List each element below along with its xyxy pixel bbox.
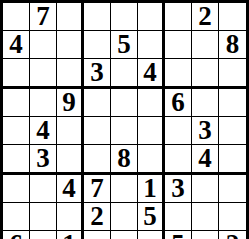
sudoku-cell-empty[interactable] [3, 175, 30, 203]
sudoku-cell-empty[interactable] [3, 145, 30, 175]
sudoku-cell-empty[interactable] [30, 59, 57, 89]
sudoku-cell-given: 2 [192, 3, 219, 31]
sudoku-cell-empty[interactable] [138, 145, 165, 175]
sudoku-cell-empty[interactable] [165, 117, 192, 145]
sudoku-cell-empty[interactable] [138, 89, 165, 117]
sudoku-cell-empty[interactable] [30, 203, 57, 231]
sudoku-cell-empty[interactable] [219, 203, 246, 231]
sudoku-cell-empty[interactable] [192, 89, 219, 117]
sudoku-cell-given: 1 [138, 175, 165, 203]
sudoku-cell-empty[interactable] [219, 89, 246, 117]
sudoku-cell-empty[interactable] [192, 203, 219, 231]
sudoku-cell-empty[interactable] [3, 117, 30, 145]
sudoku-cell-empty[interactable] [192, 175, 219, 203]
sudoku-cell-given: 4 [3, 31, 30, 59]
sudoku-cell-given: 4 [192, 145, 219, 175]
sudoku-cell-empty[interactable] [3, 59, 30, 89]
sudoku-cell-empty[interactable] [84, 89, 111, 117]
sudoku-cell-empty[interactable] [138, 3, 165, 31]
sudoku-cell-empty[interactable] [138, 231, 165, 239]
sudoku-cell-empty[interactable] [165, 145, 192, 175]
sudoku-cell-empty[interactable] [30, 175, 57, 203]
sudoku-cell-empty[interactable] [165, 31, 192, 59]
sudoku-cell-given: 6 [165, 89, 192, 117]
sudoku-cell-given: 3 [192, 117, 219, 145]
sudoku-cell-empty[interactable] [111, 59, 138, 89]
sudoku-cell-empty[interactable] [30, 231, 57, 239]
sudoku-cell-given: 6 [3, 231, 30, 239]
sudoku-cell-given: 3 [84, 59, 111, 89]
sudoku-cell-given: 3 [30, 145, 57, 175]
sudoku-cell-empty[interactable] [219, 117, 246, 145]
sudoku-cell-empty[interactable] [84, 145, 111, 175]
sudoku-cell-empty[interactable] [219, 59, 246, 89]
sudoku-cell-empty[interactable] [111, 89, 138, 117]
sudoku-cell-empty[interactable] [84, 231, 111, 239]
sudoku-cell-empty[interactable] [84, 117, 111, 145]
sudoku-cell-empty[interactable] [3, 3, 30, 31]
sudoku-cell-given: 3 [165, 175, 192, 203]
sudoku-cell-empty[interactable] [192, 231, 219, 239]
sudoku-cell-empty[interactable] [192, 31, 219, 59]
sudoku-cell-given: 5 [165, 231, 192, 239]
sudoku-cell-given: 5 [138, 203, 165, 231]
sudoku-cell-empty[interactable] [3, 89, 30, 117]
sudoku-cell-empty[interactable] [165, 3, 192, 31]
sudoku-cell-empty[interactable] [57, 59, 84, 89]
sudoku-cell-empty[interactable] [165, 59, 192, 89]
sudoku-cell-empty[interactable] [57, 31, 84, 59]
sudoku-cell-empty[interactable] [84, 31, 111, 59]
sudoku-cell-empty[interactable] [111, 203, 138, 231]
sudoku-cell-given: 4 [57, 175, 84, 203]
sudoku-cell-given: 4 [138, 59, 165, 89]
sudoku-cell-empty[interactable] [138, 117, 165, 145]
sudoku-cell-empty[interactable] [57, 3, 84, 31]
sudoku-cell-empty[interactable] [111, 231, 138, 239]
sudoku-cell-empty[interactable] [219, 3, 246, 31]
sudoku-cell-given: 4 [30, 117, 57, 145]
sudoku-cell-empty[interactable] [192, 59, 219, 89]
sudoku-cell-empty[interactable] [219, 175, 246, 203]
sudoku-cell-empty[interactable] [219, 145, 246, 175]
sudoku-cell-empty[interactable] [138, 31, 165, 59]
sudoku-cell-given: 2 [84, 203, 111, 231]
sudoku-cell-empty[interactable] [30, 89, 57, 117]
sudoku-cell-empty[interactable] [84, 3, 111, 31]
sudoku-cell-empty[interactable] [111, 117, 138, 145]
sudoku-cell-given: 2 [219, 231, 246, 239]
sudoku-cell-given: 1 [57, 231, 84, 239]
sudoku-cell-empty[interactable] [57, 203, 84, 231]
sudoku-cell-given: 9 [57, 89, 84, 117]
sudoku-cell-empty[interactable] [111, 175, 138, 203]
sudoku-cell-given: 7 [30, 3, 57, 31]
sudoku-cell-given: 8 [219, 31, 246, 59]
sudoku-cell-given: 7 [84, 175, 111, 203]
sudoku-cell-given: 8 [111, 145, 138, 175]
sudoku-cell-empty[interactable] [111, 3, 138, 31]
sudoku-cell-given: 5 [111, 31, 138, 59]
sudoku-cell-empty[interactable] [3, 203, 30, 231]
sudoku-cell-empty[interactable] [57, 117, 84, 145]
sudoku-cell-empty[interactable] [30, 31, 57, 59]
sudoku-cell-empty[interactable] [57, 145, 84, 175]
sudoku-board: 724583496433844713256152 [0, 0, 249, 239]
sudoku-cell-empty[interactable] [165, 203, 192, 231]
